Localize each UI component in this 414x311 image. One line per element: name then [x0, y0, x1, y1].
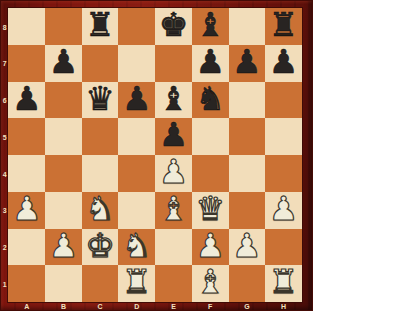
- square-g1[interactable]: [229, 265, 266, 302]
- piece-white-pawn[interactable]: ♟: [159, 154, 189, 191]
- piece-white-pawn[interactable]: ♟: [49, 228, 79, 265]
- screenshot-root: ♜♚♝♜♟♟♟♟♟♛♟♝♞♟♟♟♞♝♛♟♟♚♞♟♟♜♝♜ 87654321ABC…: [0, 0, 414, 311]
- piece-black-bishop[interactable]: ♝: [159, 81, 189, 118]
- piece-white-pawn[interactable]: ♟: [232, 228, 262, 265]
- square-h2[interactable]: [265, 229, 302, 266]
- piece-black-queen[interactable]: ♛: [85, 81, 115, 118]
- square-e5[interactable]: ♟: [155, 118, 192, 155]
- piece-white-bishop[interactable]: ♝: [195, 264, 225, 301]
- piece-white-rook[interactable]: ♜: [269, 264, 299, 301]
- square-g7[interactable]: ♟: [229, 45, 266, 82]
- square-g3[interactable]: [229, 192, 266, 229]
- square-f4[interactable]: [192, 155, 229, 192]
- square-e3[interactable]: ♝: [155, 192, 192, 229]
- file-label-a: A: [24, 303, 29, 310]
- rank-label-5: 5: [3, 133, 7, 140]
- square-f6[interactable]: ♞: [192, 82, 229, 119]
- square-h7[interactable]: ♟: [265, 45, 302, 82]
- square-b3[interactable]: [45, 192, 82, 229]
- square-b8[interactable]: [45, 8, 82, 45]
- piece-black-pawn[interactable]: ♟: [12, 81, 42, 118]
- square-d2[interactable]: ♞: [118, 229, 155, 266]
- square-c3[interactable]: ♞: [82, 192, 119, 229]
- square-e4[interactable]: ♟: [155, 155, 192, 192]
- square-h4[interactable]: [265, 155, 302, 192]
- square-f8[interactable]: ♝: [192, 8, 229, 45]
- square-h5[interactable]: [265, 118, 302, 155]
- square-b2[interactable]: ♟: [45, 229, 82, 266]
- piece-black-king[interactable]: ♚: [159, 7, 189, 44]
- piece-black-pawn[interactable]: ♟: [269, 44, 299, 81]
- square-b4[interactable]: [45, 155, 82, 192]
- square-f2[interactable]: ♟: [192, 229, 229, 266]
- rank-label-4: 4: [3, 170, 7, 177]
- square-f1[interactable]: ♝: [192, 265, 229, 302]
- piece-white-knight[interactable]: ♞: [122, 228, 152, 265]
- rank-label-7: 7: [3, 60, 7, 67]
- rank-label-6: 6: [3, 97, 7, 104]
- square-h8[interactable]: ♜: [265, 8, 302, 45]
- piece-white-pawn[interactable]: ♟: [12, 191, 42, 228]
- square-f5[interactable]: [192, 118, 229, 155]
- square-d3[interactable]: [118, 192, 155, 229]
- square-d1[interactable]: ♜: [118, 265, 155, 302]
- square-e6[interactable]: ♝: [155, 82, 192, 119]
- piece-white-queen[interactable]: ♛: [195, 191, 225, 228]
- square-a3[interactable]: ♟: [8, 192, 45, 229]
- rank-label-3: 3: [3, 207, 7, 214]
- square-a8[interactable]: [8, 8, 45, 45]
- file-label-e: E: [171, 303, 176, 310]
- chess-board: ♜♚♝♜♟♟♟♟♟♛♟♝♞♟♟♟♞♝♛♟♟♚♞♟♟♜♝♜ 87654321ABC…: [0, 0, 313, 311]
- square-e7[interactable]: [155, 45, 192, 82]
- square-c7[interactable]: [82, 45, 119, 82]
- rank-label-1: 1: [3, 280, 7, 287]
- square-e1[interactable]: [155, 265, 192, 302]
- square-a1[interactable]: [8, 265, 45, 302]
- file-label-g: G: [244, 303, 249, 310]
- square-c6[interactable]: ♛: [82, 82, 119, 119]
- square-e2[interactable]: [155, 229, 192, 266]
- square-a2[interactable]: [8, 229, 45, 266]
- square-b7[interactable]: ♟: [45, 45, 82, 82]
- piece-black-bishop[interactable]: ♝: [195, 7, 225, 44]
- file-label-b: B: [61, 303, 66, 310]
- square-d4[interactable]: [118, 155, 155, 192]
- square-e8[interactable]: ♚: [155, 8, 192, 45]
- piece-black-pawn[interactable]: ♟: [122, 81, 152, 118]
- piece-black-pawn[interactable]: ♟: [49, 44, 79, 81]
- file-label-f: F: [208, 303, 212, 310]
- square-a4[interactable]: [8, 155, 45, 192]
- piece-black-rook[interactable]: ♜: [85, 7, 115, 44]
- square-b1[interactable]: [45, 265, 82, 302]
- square-g6[interactable]: [229, 82, 266, 119]
- piece-black-pawn[interactable]: ♟: [195, 44, 225, 81]
- piece-black-pawn[interactable]: ♟: [159, 117, 189, 154]
- square-c5[interactable]: [82, 118, 119, 155]
- piece-white-bishop[interactable]: ♝: [159, 191, 189, 228]
- piece-white-knight[interactable]: ♞: [85, 191, 115, 228]
- square-g2[interactable]: ♟: [229, 229, 266, 266]
- square-c1[interactable]: [82, 265, 119, 302]
- rank-label-2: 2: [3, 243, 7, 250]
- piece-black-rook[interactable]: ♜: [269, 7, 299, 44]
- square-h6[interactable]: [265, 82, 302, 119]
- file-label-d: D: [134, 303, 139, 310]
- square-a5[interactable]: [8, 118, 45, 155]
- square-d6[interactable]: ♟: [118, 82, 155, 119]
- piece-black-pawn[interactable]: ♟: [232, 44, 262, 81]
- square-c2[interactable]: ♚: [82, 229, 119, 266]
- piece-white-pawn[interactable]: ♟: [269, 191, 299, 228]
- square-b5[interactable]: [45, 118, 82, 155]
- square-d5[interactable]: [118, 118, 155, 155]
- square-h1[interactable]: ♜: [265, 265, 302, 302]
- square-d8[interactable]: [118, 8, 155, 45]
- board-grid: ♜♚♝♜♟♟♟♟♟♛♟♝♞♟♟♟♞♝♛♟♟♚♞♟♟♜♝♜: [8, 8, 302, 302]
- square-g5[interactable]: [229, 118, 266, 155]
- square-a7[interactable]: [8, 45, 45, 82]
- square-a6[interactable]: ♟: [8, 82, 45, 119]
- file-label-c: C: [98, 303, 103, 310]
- piece-white-king[interactable]: ♚: [85, 228, 115, 265]
- square-b6[interactable]: [45, 82, 82, 119]
- rank-label-8: 8: [3, 23, 7, 30]
- square-f7[interactable]: ♟: [192, 45, 229, 82]
- piece-black-knight[interactable]: ♞: [195, 81, 225, 118]
- square-f3[interactable]: ♛: [192, 192, 229, 229]
- piece-white-pawn[interactable]: ♟: [195, 228, 225, 265]
- square-c4[interactable]: [82, 155, 119, 192]
- square-d7[interactable]: [118, 45, 155, 82]
- square-h3[interactable]: ♟: [265, 192, 302, 229]
- square-g4[interactable]: [229, 155, 266, 192]
- square-g8[interactable]: [229, 8, 266, 45]
- square-c8[interactable]: ♜: [82, 8, 119, 45]
- file-label-h: H: [281, 303, 286, 310]
- piece-white-rook[interactable]: ♜: [122, 264, 152, 301]
